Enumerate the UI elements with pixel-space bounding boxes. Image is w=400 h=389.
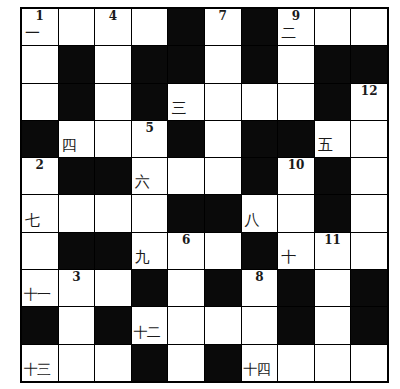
cell-r8c6-block bbox=[205, 270, 241, 306]
cell-r10c9[interactable] bbox=[315, 345, 351, 381]
cell-r3c8[interactable] bbox=[278, 84, 314, 120]
cell-r6c10[interactable] bbox=[351, 195, 387, 231]
cell-r4c3[interactable] bbox=[95, 121, 131, 157]
cell-r8c3[interactable] bbox=[95, 270, 131, 306]
cell-r3c6[interactable] bbox=[205, 84, 241, 120]
cell-r2c5-block bbox=[168, 46, 204, 82]
across-clue-label: 七 bbox=[25, 213, 40, 228]
cell-r7c5[interactable]: 6 bbox=[168, 233, 204, 269]
cell-r5c1[interactable]: 2 bbox=[22, 158, 58, 194]
cell-r1c10[interactable] bbox=[351, 9, 387, 45]
cell-r2c2-block bbox=[59, 46, 95, 82]
cell-r4c6[interactable] bbox=[205, 121, 241, 157]
cell-r7c1[interactable] bbox=[22, 233, 58, 269]
cell-r8c7[interactable]: 8 bbox=[242, 270, 278, 306]
across-clue-label: 四 bbox=[62, 138, 77, 153]
across-clue-label: 一 bbox=[25, 26, 40, 41]
cell-r3c10[interactable]: 12 bbox=[351, 84, 387, 120]
cell-r8c9[interactable] bbox=[315, 270, 351, 306]
cell-r8c8-block bbox=[278, 270, 314, 306]
cell-r4c9[interactable]: 五 bbox=[315, 121, 351, 157]
cell-r9c5[interactable] bbox=[168, 307, 204, 343]
across-clue-label: 二 bbox=[281, 26, 296, 41]
cell-r5c4[interactable]: 六 bbox=[132, 158, 168, 194]
cell-r2c10-block bbox=[351, 46, 387, 82]
cell-r3c7[interactable] bbox=[242, 84, 278, 120]
cell-r10c5[interactable] bbox=[168, 345, 204, 381]
cell-r3c4-block bbox=[132, 84, 168, 120]
across-clue-label: 八 bbox=[245, 213, 260, 228]
cell-r1c4[interactable] bbox=[132, 9, 168, 45]
cell-r9c8-block bbox=[278, 307, 314, 343]
cell-r7c9[interactable]: 11 bbox=[315, 233, 351, 269]
cell-r4c5-block bbox=[168, 121, 204, 157]
cell-r3c3[interactable] bbox=[95, 84, 131, 120]
cell-r10c7[interactable]: 十四 bbox=[242, 345, 278, 381]
cell-r5c7-block bbox=[242, 158, 278, 194]
cell-r7c2-block bbox=[59, 233, 95, 269]
cell-r4c4[interactable]: 5 bbox=[132, 121, 168, 157]
cell-r10c6-block bbox=[205, 345, 241, 381]
cell-r1c7-block bbox=[242, 9, 278, 45]
cell-r9c4[interactable]: 十二 bbox=[132, 307, 168, 343]
cell-r9c7[interactable] bbox=[242, 307, 278, 343]
cell-r10c4-block bbox=[132, 345, 168, 381]
cell-r5c10[interactable] bbox=[351, 158, 387, 194]
cell-r1c3[interactable]: 4 bbox=[95, 9, 131, 45]
cell-r2c9-block bbox=[315, 46, 351, 82]
cell-r9c10-block bbox=[351, 307, 387, 343]
cell-r6c2[interactable] bbox=[59, 195, 95, 231]
cell-r5c8[interactable]: 10 bbox=[278, 158, 314, 194]
cell-r4c10[interactable] bbox=[351, 121, 387, 157]
cell-r8c5[interactable] bbox=[168, 270, 204, 306]
cell-r2c8[interactable] bbox=[278, 46, 314, 82]
down-clue-number: 10 bbox=[278, 159, 314, 172]
cell-r6c3[interactable] bbox=[95, 195, 131, 231]
cell-r2c4-block bbox=[132, 46, 168, 82]
cell-r2c7-block bbox=[242, 46, 278, 82]
cell-r8c1[interactable]: 十一 bbox=[22, 270, 58, 306]
across-clue-label: 十二 bbox=[134, 325, 160, 339]
cell-r8c2[interactable]: 3 bbox=[59, 270, 95, 306]
cell-r3c1[interactable] bbox=[22, 84, 58, 120]
cell-r9c9[interactable] bbox=[315, 307, 351, 343]
across-clue-label: 六 bbox=[135, 175, 150, 190]
down-clue-number: 6 bbox=[168, 234, 204, 247]
across-clue-label: 九 bbox=[135, 250, 150, 265]
cell-r5c5[interactable] bbox=[168, 158, 204, 194]
cell-r6c6-block bbox=[205, 195, 241, 231]
cell-r9c1-block bbox=[22, 307, 58, 343]
cell-r7c7-block bbox=[242, 233, 278, 269]
down-clue-number: 2 bbox=[22, 159, 58, 172]
cell-r8c4-block bbox=[132, 270, 168, 306]
cell-r1c5-block bbox=[168, 9, 204, 45]
down-clue-number: 1 bbox=[22, 10, 58, 23]
cell-r9c2[interactable] bbox=[59, 307, 95, 343]
across-clue-label: 十四 bbox=[244, 362, 270, 376]
cell-r1c6[interactable]: 7 bbox=[205, 9, 241, 45]
cell-r10c1[interactable]: 十三 bbox=[22, 345, 58, 381]
cell-r1c2[interactable] bbox=[59, 9, 95, 45]
cell-r6c1[interactable]: 七 bbox=[22, 195, 58, 231]
cell-r10c2[interactable] bbox=[59, 345, 95, 381]
cell-r7c3-block bbox=[95, 233, 131, 269]
cell-r4c1-block bbox=[22, 121, 58, 157]
cell-r6c8[interactable] bbox=[278, 195, 314, 231]
cell-r1c8[interactable]: 9二 bbox=[278, 9, 314, 45]
cell-r6c4[interactable] bbox=[132, 195, 168, 231]
cell-r1c1[interactable]: 1一 bbox=[22, 9, 58, 45]
across-clue-label: 十 bbox=[281, 250, 296, 265]
down-clue-number: 12 bbox=[351, 85, 387, 98]
down-clue-number: 9 bbox=[278, 10, 314, 23]
cell-r7c8[interactable]: 十 bbox=[278, 233, 314, 269]
down-clue-number: 5 bbox=[132, 122, 168, 135]
cell-r4c2[interactable]: 四 bbox=[59, 121, 95, 157]
cell-r3c2-block bbox=[59, 84, 95, 120]
cell-r5c2-block bbox=[59, 158, 95, 194]
cell-r2c6[interactable] bbox=[205, 46, 241, 82]
cell-r1c9[interactable] bbox=[315, 9, 351, 45]
cell-r5c6[interactable] bbox=[205, 158, 241, 194]
cell-r6c9-block bbox=[315, 195, 351, 231]
crossword-page: 1一479二三12四5五2六10七八九6十11十一38十二十三十四 bbox=[0, 0, 400, 389]
across-clue-label: 十一 bbox=[24, 287, 50, 301]
cell-r5c3-block bbox=[95, 158, 131, 194]
cell-r10c8[interactable] bbox=[278, 345, 314, 381]
cell-r10c10[interactable] bbox=[351, 345, 387, 381]
cell-r5c9-block bbox=[315, 158, 351, 194]
crossword-board: 1一479二三12四5五2六10七八九6十11十一38十二十三十四 bbox=[20, 7, 389, 383]
cell-r9c3-block bbox=[95, 307, 131, 343]
down-clue-number: 11 bbox=[315, 234, 351, 247]
cell-r6c5-block bbox=[168, 195, 204, 231]
cell-r9c6[interactable] bbox=[205, 307, 241, 343]
cell-r7c4[interactable]: 九 bbox=[132, 233, 168, 269]
cell-r3c5[interactable]: 三 bbox=[168, 84, 204, 120]
cell-r2c3[interactable] bbox=[95, 46, 131, 82]
down-clue-number: 4 bbox=[95, 10, 131, 23]
cell-r6c7[interactable]: 八 bbox=[242, 195, 278, 231]
cell-r7c6[interactable] bbox=[205, 233, 241, 269]
cell-r4c7-block bbox=[242, 121, 278, 157]
cell-r2c1[interactable] bbox=[22, 46, 58, 82]
down-clue-number: 3 bbox=[59, 271, 95, 284]
down-clue-number: 7 bbox=[205, 10, 241, 23]
cell-r8c10-block bbox=[351, 270, 387, 306]
down-clue-number: 8 bbox=[242, 271, 278, 284]
across-clue-label: 五 bbox=[318, 138, 333, 153]
across-clue-label: 三 bbox=[171, 101, 186, 116]
across-clue-label: 十三 bbox=[24, 362, 50, 376]
cell-r3c9-block bbox=[315, 84, 351, 120]
cell-r10c3[interactable] bbox=[95, 345, 131, 381]
cell-r7c10[interactable] bbox=[351, 233, 387, 269]
cell-r4c8-block bbox=[278, 121, 314, 157]
